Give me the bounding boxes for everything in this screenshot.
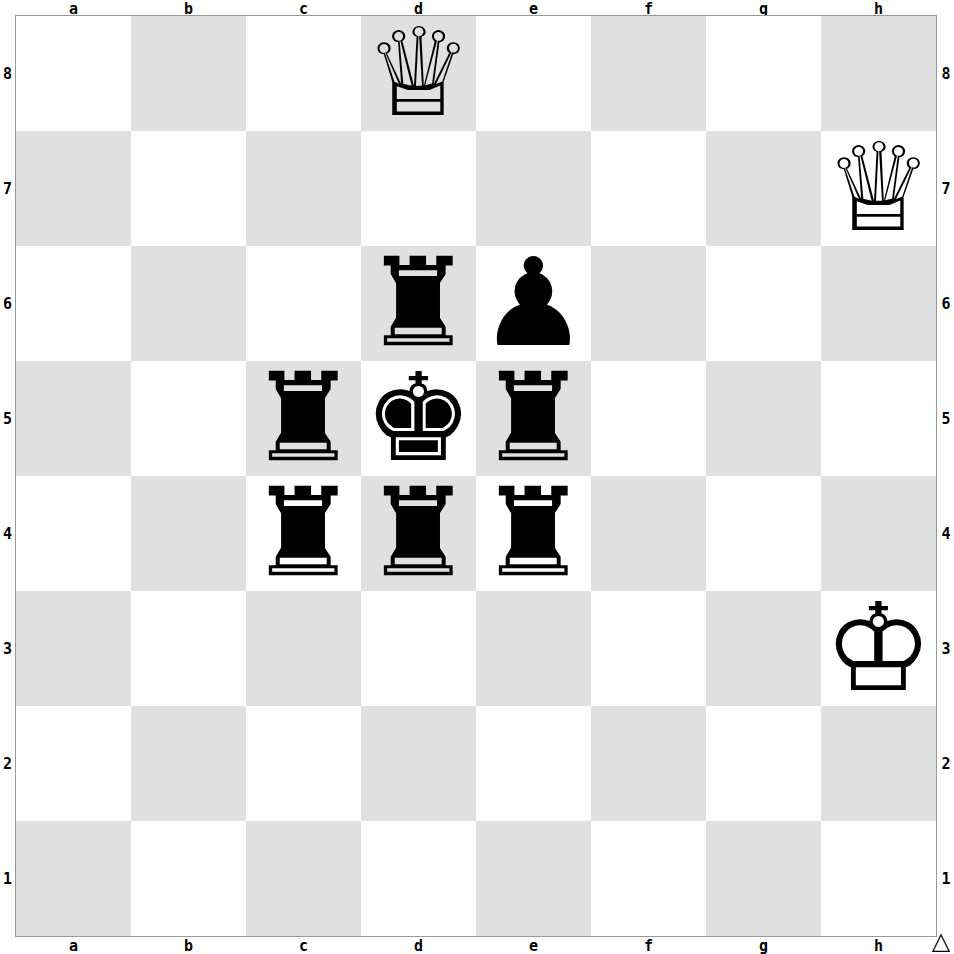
square-b3[interactable] <box>131 591 246 706</box>
piece-white-queen-d8[interactable]: ♕ <box>364 16 473 131</box>
rank-labels-left: 87654321 <box>0 16 15 936</box>
rank-label-left-5: 5 <box>0 361 15 476</box>
square-e6[interactable]: ♟ <box>476 246 591 361</box>
file-label-bottom-b: b <box>131 937 246 954</box>
square-f3[interactable] <box>591 591 706 706</box>
square-e3[interactable] <box>476 591 591 706</box>
square-h8[interactable] <box>821 16 936 131</box>
rank-label-left-8: 8 <box>0 16 15 131</box>
square-e7[interactable] <box>476 131 591 246</box>
square-d7[interactable] <box>361 131 476 246</box>
rank-label-right-7: 7 <box>938 131 954 246</box>
square-f2[interactable] <box>591 706 706 821</box>
square-f4[interactable] <box>591 476 706 591</box>
file-label-bottom-a: a <box>16 937 131 954</box>
square-b7[interactable] <box>131 131 246 246</box>
rank-label-right-4: 4 <box>938 476 954 591</box>
square-e1[interactable] <box>476 821 591 936</box>
square-f7[interactable] <box>591 131 706 246</box>
square-h7[interactable]: ♕ <box>821 131 936 246</box>
square-g1[interactable] <box>706 821 821 936</box>
square-d3[interactable] <box>361 591 476 706</box>
square-a4[interactable] <box>16 476 131 591</box>
square-h2[interactable] <box>821 706 936 821</box>
file-label-bottom-g: g <box>706 937 821 954</box>
piece-black-rook-d4[interactable]: ♜ <box>364 476 473 591</box>
square-c2[interactable] <box>246 706 361 821</box>
file-label-bottom-c: c <box>246 937 361 954</box>
square-d1[interactable] <box>361 821 476 936</box>
square-h5[interactable] <box>821 361 936 476</box>
square-e2[interactable] <box>476 706 591 821</box>
square-c7[interactable] <box>246 131 361 246</box>
piece-black-rook-e4[interactable]: ♜ <box>479 476 588 591</box>
rank-label-right-2: 2 <box>938 706 954 821</box>
square-c4[interactable]: ♜ <box>246 476 361 591</box>
square-f8[interactable] <box>591 16 706 131</box>
chess-diagram: abcdefgh 87654321 ♕♕♜♟♜♚♜♜♜♜♔ 87654321 a… <box>0 0 954 954</box>
square-e8[interactable] <box>476 16 591 131</box>
file-label-bottom-d: d <box>361 937 476 954</box>
square-e5[interactable]: ♜ <box>476 361 591 476</box>
file-label-bottom-f: f <box>591 937 706 954</box>
square-g8[interactable] <box>706 16 821 131</box>
square-h4[interactable] <box>821 476 936 591</box>
square-g6[interactable] <box>706 246 821 361</box>
square-g7[interactable] <box>706 131 821 246</box>
rank-label-right-8: 8 <box>938 16 954 131</box>
square-a2[interactable] <box>16 706 131 821</box>
square-g3[interactable] <box>706 591 821 706</box>
rank-label-left-3: 3 <box>0 591 15 706</box>
square-d8[interactable]: ♕ <box>361 16 476 131</box>
white-to-move-indicator: △ <box>928 928 954 954</box>
square-d5[interactable]: ♚ <box>361 361 476 476</box>
rank-label-right-1: 1 <box>938 821 954 936</box>
square-a7[interactable] <box>16 131 131 246</box>
file-labels-top: abcdefgh <box>16 0 936 15</box>
square-b6[interactable] <box>131 246 246 361</box>
square-b4[interactable] <box>131 476 246 591</box>
square-g5[interactable] <box>706 361 821 476</box>
rank-labels-right: 87654321 <box>938 16 954 936</box>
square-g2[interactable] <box>706 706 821 821</box>
rank-label-right-6: 6 <box>938 246 954 361</box>
piece-black-pawn-e6[interactable]: ♟ <box>479 246 588 361</box>
square-c8[interactable] <box>246 16 361 131</box>
square-b2[interactable] <box>131 706 246 821</box>
rank-label-right-5: 5 <box>938 361 954 476</box>
square-b8[interactable] <box>131 16 246 131</box>
square-b1[interactable] <box>131 821 246 936</box>
square-f5[interactable] <box>591 361 706 476</box>
square-d2[interactable] <box>361 706 476 821</box>
square-c5[interactable]: ♜ <box>246 361 361 476</box>
piece-black-king-d5[interactable]: ♚ <box>364 361 473 476</box>
chess-board: ♕♕♜♟♜♚♜♜♜♜♔ <box>15 15 937 937</box>
square-f1[interactable] <box>591 821 706 936</box>
square-e4[interactable]: ♜ <box>476 476 591 591</box>
square-b5[interactable] <box>131 361 246 476</box>
square-a1[interactable] <box>16 821 131 936</box>
square-a5[interactable] <box>16 361 131 476</box>
rank-label-left-4: 4 <box>0 476 15 591</box>
piece-black-rook-d6[interactable]: ♜ <box>364 246 473 361</box>
square-a8[interactable] <box>16 16 131 131</box>
piece-black-rook-c5[interactable]: ♜ <box>249 361 358 476</box>
rank-label-right-3: 3 <box>938 591 954 706</box>
square-g4[interactable] <box>706 476 821 591</box>
square-h1[interactable] <box>821 821 936 936</box>
piece-black-rook-c4[interactable]: ♜ <box>249 476 358 591</box>
rank-label-left-6: 6 <box>0 246 15 361</box>
square-d4[interactable]: ♜ <box>361 476 476 591</box>
square-h6[interactable] <box>821 246 936 361</box>
piece-white-king-h3[interactable]: ♔ <box>824 591 933 706</box>
piece-black-rook-e5[interactable]: ♜ <box>479 361 588 476</box>
square-c3[interactable] <box>246 591 361 706</box>
rank-label-left-7: 7 <box>0 131 15 246</box>
square-c6[interactable] <box>246 246 361 361</box>
file-label-bottom-e: e <box>476 937 591 954</box>
square-a6[interactable] <box>16 246 131 361</box>
file-labels-bottom: abcdefgh <box>16 937 936 954</box>
piece-white-queen-h7[interactable]: ♕ <box>824 131 933 246</box>
file-label-bottom-h: h <box>821 937 936 954</box>
square-f6[interactable] <box>591 246 706 361</box>
rank-label-left-1: 1 <box>0 821 15 936</box>
square-c1[interactable] <box>246 821 361 936</box>
square-h3[interactable]: ♔ <box>821 591 936 706</box>
rank-label-left-2: 2 <box>0 706 15 821</box>
square-a3[interactable] <box>16 591 131 706</box>
square-d6[interactable]: ♜ <box>361 246 476 361</box>
